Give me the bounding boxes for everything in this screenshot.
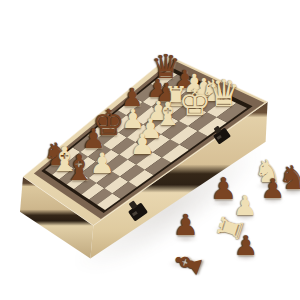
- chess-set-product-photo: ♞♟♛♝♟♚♟♟♟♟♝♟♜♟♟♟♝♟♟♚♞♛♟♟♞♟♞♟♜♟♝: [0, 0, 300, 300]
- chess-box: [0, 0, 300, 300]
